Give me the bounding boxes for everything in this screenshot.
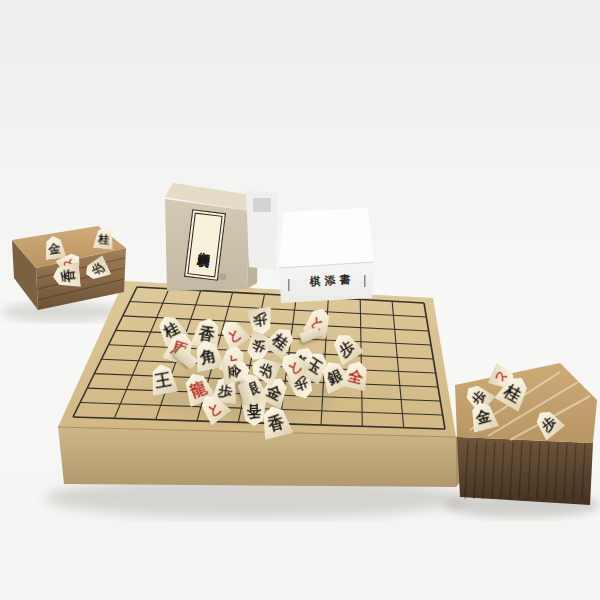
piece-kanji: と bbox=[494, 369, 510, 385]
shogi-piece-edge-on[interactable] bbox=[174, 346, 199, 369]
piece-kanji: 王 bbox=[154, 371, 173, 390]
piece-kanji: 龍 bbox=[188, 379, 209, 400]
piece-kanji: 桂 bbox=[98, 233, 110, 245]
piece-kanji: 金 bbox=[48, 242, 62, 256]
white-box-label: 棋添書 bbox=[296, 271, 369, 291]
piece-kanji: 香 bbox=[266, 413, 285, 432]
piece-kanji: 歩 bbox=[252, 312, 268, 328]
shogi-piece-edge-on[interactable] bbox=[299, 327, 321, 343]
piece-kanji: 角 bbox=[199, 347, 218, 366]
piece-kanji: 香 bbox=[246, 403, 262, 419]
piece-kanji: 全 bbox=[347, 367, 365, 385]
piece-kanji: 金 bbox=[474, 408, 492, 426]
shogi-piece-pawn[interactable]: 歩 bbox=[82, 255, 112, 284]
piece-kanji: 桂 bbox=[270, 332, 291, 353]
wooden-box-label: 御將棋駒 bbox=[184, 209, 226, 281]
shogi-piece-knight[interactable]: 桂 bbox=[93, 226, 115, 250]
piece-kanji: と bbox=[284, 356, 304, 376]
piece-kanji: 歩 bbox=[539, 414, 559, 434]
piece-kanji: 歩 bbox=[336, 338, 357, 359]
shogi-set-photo: 御將棋駒 棋添書 桂香歩と馬角と歩桂銀龍歩銀金歩と香香玉銀と歩全と金歩金桂と香歩… bbox=[0, 0, 600, 600]
shogi-piece-lance[interactable]: 香 bbox=[52, 262, 81, 289]
shogi-piece-pawn[interactable]: 歩 bbox=[246, 306, 275, 336]
labels-and-pieces: 御將棋駒 棋添書 桂香歩と馬角と歩桂銀龍歩銀金歩と香香玉銀と歩全と金歩金桂と香歩… bbox=[0, 0, 600, 600]
shogi-piece-king[interactable]: 王 bbox=[148, 362, 179, 396]
piece-kanji: 金 bbox=[264, 382, 284, 402]
piece-kanji: 香 bbox=[60, 268, 75, 283]
piece-kanji: 金 bbox=[228, 364, 243, 379]
piece-kanji: と bbox=[224, 325, 244, 345]
shogi-piece-promoted-pawn[interactable]: と bbox=[216, 315, 252, 351]
piece-kanji: と bbox=[204, 399, 224, 419]
piece-kanji: 歩 bbox=[90, 261, 106, 277]
piece-kanji: 歩 bbox=[256, 361, 275, 380]
shogi-piece-pawn[interactable]: 歩 bbox=[531, 405, 566, 440]
shogi-piece-pawn[interactable]: 歩 bbox=[328, 328, 365, 366]
shogi-piece-gold[interactable]: 金 bbox=[43, 235, 67, 261]
piece-kanji: 歩 bbox=[217, 383, 233, 399]
wooden-box-label-text: 御將棋駒 bbox=[196, 242, 213, 248]
